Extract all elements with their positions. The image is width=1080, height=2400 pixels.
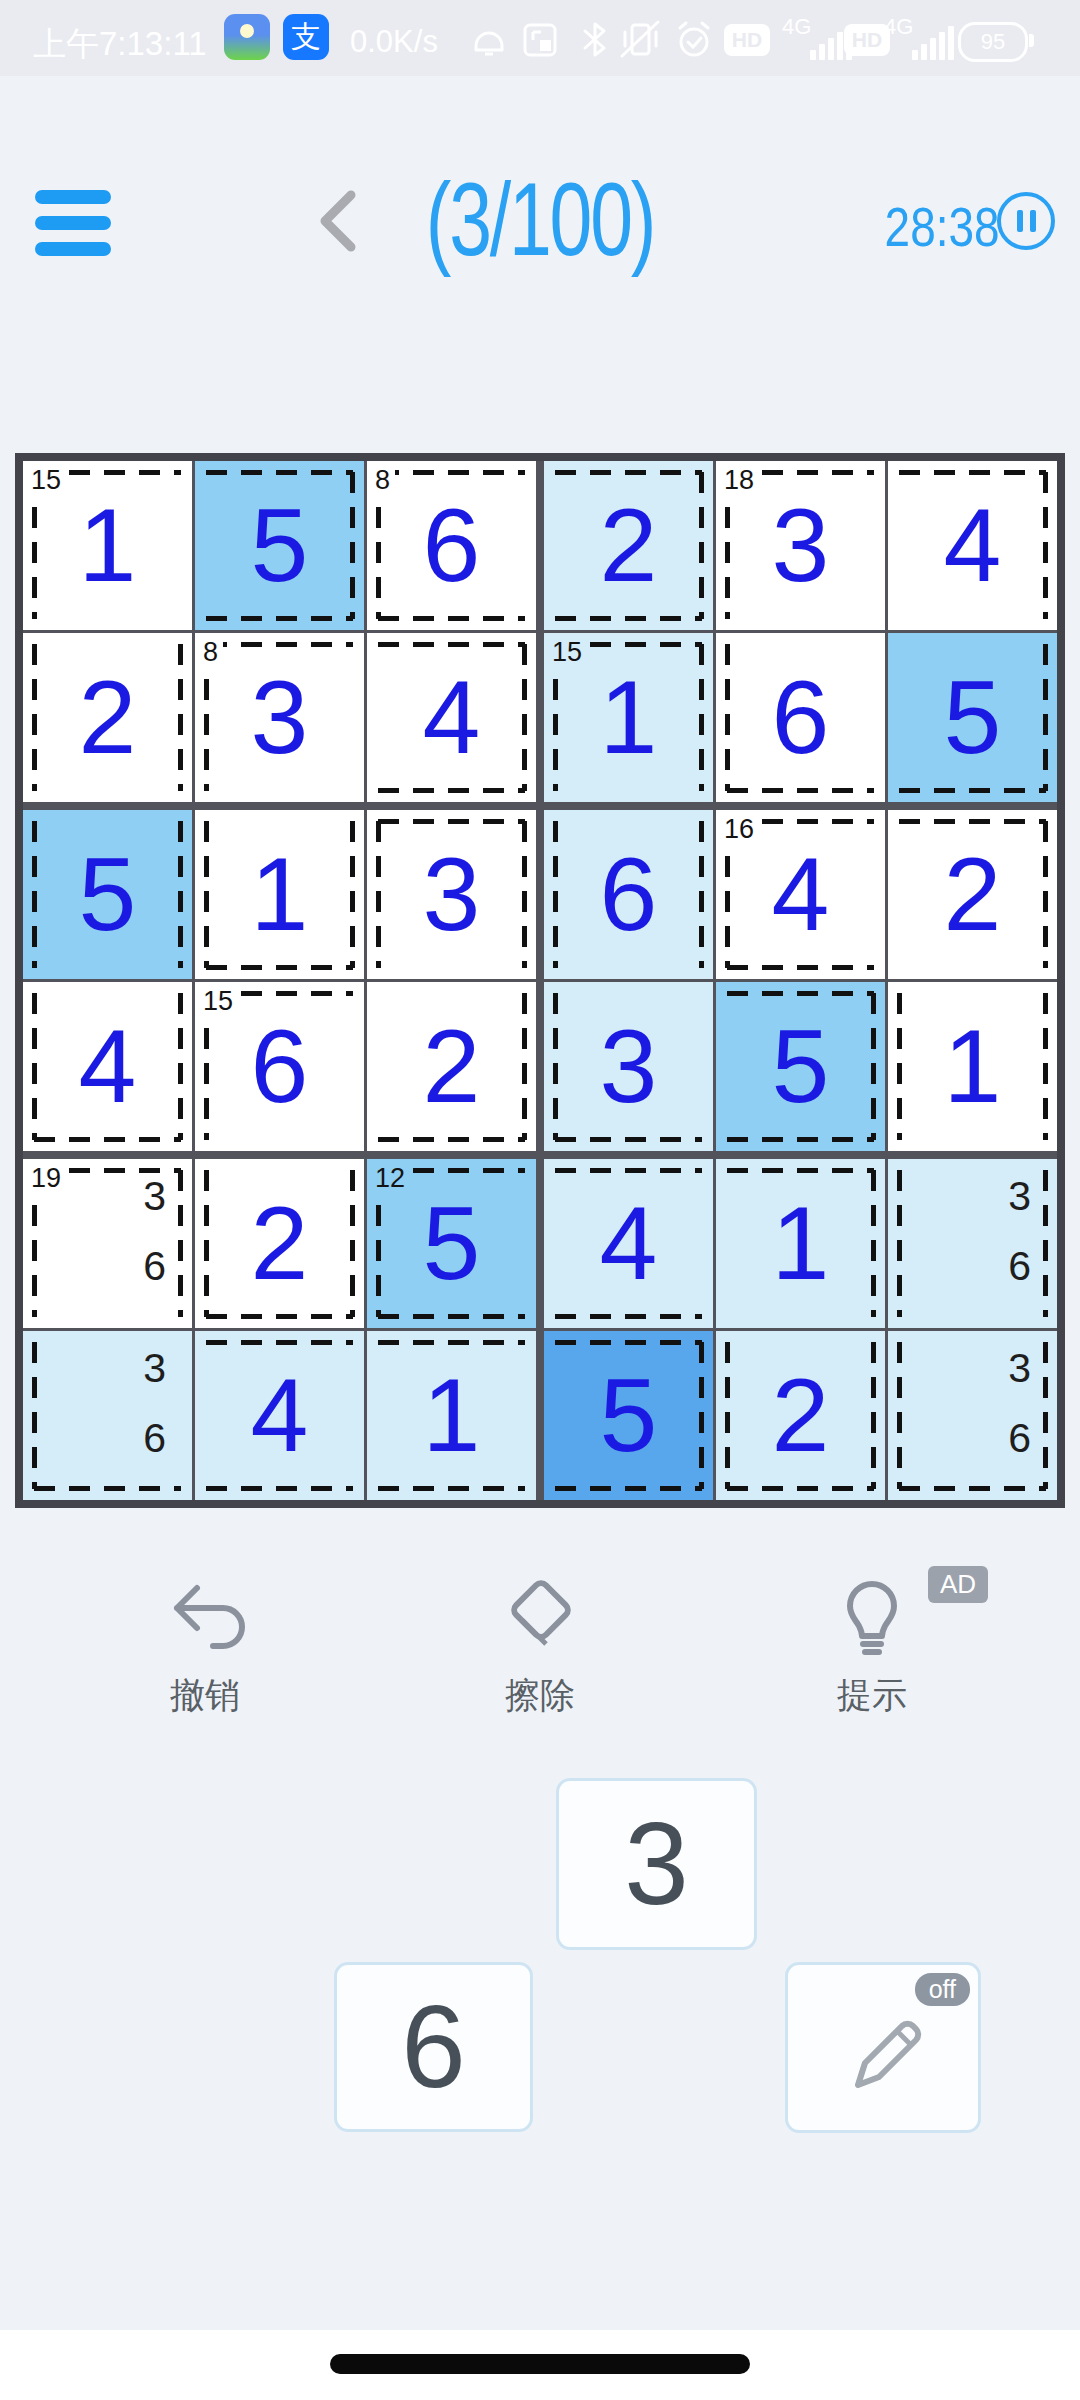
- hint-label: 提示: [792, 1672, 952, 1719]
- battery-indicator: 95: [958, 22, 1028, 62]
- cage-dash: [699, 472, 704, 619]
- cage-dash: [206, 965, 353, 970]
- cage-dash: [378, 642, 525, 647]
- cage-sum-label: 15: [552, 637, 587, 670]
- cage-dash: [178, 821, 183, 968]
- cage-dash: [555, 1137, 702, 1142]
- bluetooth-icon: [574, 18, 616, 60]
- cell-digit: 5: [888, 633, 1057, 802]
- cell-r1c6[interactable]: 4: [888, 461, 1057, 630]
- cage-dash: [378, 1314, 525, 1319]
- cage-sum-label: 12: [375, 1163, 410, 1196]
- cage-sum-label: 16: [724, 814, 759, 847]
- cell-r5c6[interactable]: 36: [888, 1159, 1057, 1328]
- cage-dash: [350, 821, 355, 968]
- cell-digit: 4: [367, 633, 536, 802]
- cage-dash: [178, 993, 183, 1140]
- cell-r3c1[interactable]: 5: [23, 810, 192, 979]
- cell-r1c4[interactable]: 2: [544, 461, 713, 630]
- cell-r4c1[interactable]: 4: [23, 982, 192, 1151]
- cage-sum-label: 15: [31, 465, 66, 498]
- cell-r3c4[interactable]: 6: [544, 810, 713, 979]
- cage-dash: [1043, 1170, 1048, 1317]
- cage-dash: [727, 1486, 874, 1491]
- cage-dash: [522, 993, 527, 1140]
- cage-dash: [32, 1342, 37, 1489]
- cage-dash: [897, 1170, 902, 1317]
- cell-digit: 3: [367, 810, 536, 979]
- cage-dash: [1043, 821, 1048, 968]
- signal-sim2: 4G: [884, 14, 954, 62]
- cage-dash: [555, 1314, 702, 1319]
- erase-button[interactable]: 擦除: [460, 1576, 620, 1719]
- killer-sudoku-board: 1515862183428341516551361642415623511936…: [15, 453, 1065, 1508]
- cage-dash: [871, 1342, 876, 1489]
- cell-r4c5[interactable]: 5: [716, 982, 885, 1151]
- cage-dash: [699, 1342, 704, 1489]
- cell-r3c5[interactable]: 164: [716, 810, 885, 979]
- vibrate-off-icon: [616, 18, 664, 60]
- signal-sim1: 4G: [782, 14, 852, 62]
- cell-r5c2[interactable]: 2: [195, 1159, 364, 1328]
- cage-dash: [727, 991, 874, 996]
- pencil-note-6: 6: [1008, 1243, 1031, 1290]
- cage-dash: [34, 1137, 181, 1142]
- cell-r1c3[interactable]: 86: [367, 461, 536, 630]
- cell-digit: 2: [716, 1331, 885, 1500]
- cage-dash: [555, 616, 702, 621]
- cell-r2c1[interactable]: 2: [23, 633, 192, 802]
- cage-dash: [178, 1170, 183, 1317]
- cage-dash: [555, 470, 702, 475]
- cage-dash: [727, 788, 874, 793]
- cage-dash: [555, 1340, 702, 1345]
- cage-dash: [555, 1168, 702, 1173]
- pencil-mode-button[interactable]: off: [785, 1962, 981, 2133]
- cage-dash: [899, 788, 1046, 793]
- cage-dash: [378, 470, 525, 475]
- alarm-clock-icon: [672, 18, 716, 62]
- cage-dash: [897, 1342, 902, 1489]
- cage-dash: [32, 644, 37, 791]
- cell-r3c3[interactable]: 3: [367, 810, 536, 979]
- cage-dash: [378, 1486, 525, 1491]
- clock-time: 上午7:13:11: [33, 22, 207, 67]
- pencil-note-3: 3: [143, 1173, 166, 1220]
- pencil-note-6: 6: [143, 1415, 166, 1462]
- cell-digit: 5: [195, 461, 364, 630]
- pencil-note-3: 3: [1008, 1173, 1031, 1220]
- cell-r1c1[interactable]: 151: [23, 461, 192, 630]
- cage-dash: [727, 1168, 874, 1173]
- cell-digit: 1: [888, 982, 1057, 1151]
- undo-button[interactable]: 撤销: [125, 1576, 285, 1719]
- cage-dash: [699, 821, 704, 968]
- cage-dash: [1043, 993, 1048, 1140]
- cage-dash: [899, 1486, 1046, 1491]
- network-speed: 0.0K/s: [350, 24, 438, 60]
- cage-dash: [206, 470, 353, 475]
- cage-dash: [899, 819, 1046, 824]
- alipay-app-icon: 支: [283, 14, 329, 60]
- cage-dash: [725, 1342, 730, 1489]
- hint-bulb-icon: [824, 1576, 920, 1662]
- cage-dash: [376, 821, 381, 968]
- cell-r6c1[interactable]: 36: [23, 1331, 192, 1500]
- pause-button[interactable]: [997, 192, 1055, 250]
- cage-dash: [378, 819, 525, 824]
- cage-dash: [553, 993, 558, 1140]
- floating-window-icon: [520, 18, 562, 60]
- cage-dash: [206, 616, 353, 621]
- cage-dash: [871, 993, 876, 1140]
- erase-label: 擦除: [460, 1672, 620, 1719]
- cell-r6c2[interactable]: 4: [195, 1331, 364, 1500]
- cage-sum-label: 15: [203, 986, 238, 1019]
- gesture-bar[interactable]: [330, 2354, 750, 2374]
- eraser-icon: [492, 1576, 588, 1662]
- cage-dash: [1043, 1342, 1048, 1489]
- pencil-off-badge: off: [915, 1973, 970, 2006]
- cell-r6c4[interactable]: 5: [544, 1331, 713, 1500]
- cage-dash: [32, 821, 37, 968]
- cell-digit: 6: [544, 810, 713, 979]
- cell-digit: 3: [544, 982, 713, 1151]
- volte-hd-badge-1: HD: [724, 24, 770, 56]
- cell-r2c2[interactable]: 83: [195, 633, 364, 802]
- cell-digit: 1: [367, 1331, 536, 1500]
- cell-digit: 4: [23, 982, 192, 1151]
- cage-dash: [204, 1170, 209, 1317]
- cage-dash: [522, 821, 527, 968]
- pencil-note-6: 6: [143, 1243, 166, 1290]
- cage-dash: [378, 616, 525, 621]
- cell-digit: 2: [888, 810, 1057, 979]
- cage-sum-label: 19: [31, 1163, 66, 1196]
- cage-dash: [1043, 644, 1048, 791]
- undo-icon: [157, 1576, 253, 1662]
- level-progress-title: (3/100): [140, 160, 939, 279]
- cell-digit: 2: [23, 633, 192, 802]
- cell-r2c4[interactable]: 151: [544, 633, 713, 802]
- game-timer: 28:38: [885, 194, 1000, 259]
- cell-r5c3[interactable]: 125: [367, 1159, 536, 1328]
- hint-button[interactable]: AD 提示: [792, 1576, 952, 1719]
- cell-r3c6[interactable]: 2: [888, 810, 1057, 979]
- cell-digit: 5: [23, 810, 192, 979]
- cage-sum-label: 8: [203, 637, 223, 670]
- cell-r4c6[interactable]: 1: [888, 982, 1057, 1151]
- cell-r2c6[interactable]: 5: [888, 633, 1057, 802]
- cell-digit: 6: [716, 633, 885, 802]
- cell-r5c4[interactable]: 4: [544, 1159, 713, 1328]
- cell-r2c5[interactable]: 6: [716, 633, 885, 802]
- notification-bell-icon: [468, 18, 510, 60]
- cell-r1c5[interactable]: 183: [716, 461, 885, 630]
- cage-dash: [727, 965, 874, 970]
- cage-dash: [522, 644, 527, 791]
- cage-dash: [871, 1170, 876, 1317]
- status-bar: 上午7:13:11 支 0.0K/s HD 4G HD 4G 95: [0, 0, 1080, 76]
- hamburger-menu-button[interactable]: [35, 190, 111, 256]
- pencil-note-3: 3: [143, 1345, 166, 1392]
- cage-dash: [350, 1170, 355, 1317]
- cage-dash: [206, 1340, 353, 1345]
- numpad-key-3[interactable]: 3: [556, 1778, 757, 1950]
- cage-dash: [206, 1314, 353, 1319]
- cell-r6c3[interactable]: 1: [367, 1331, 536, 1500]
- cage-dash: [727, 1137, 874, 1142]
- cell-digit: 1: [195, 810, 364, 979]
- cell-digit: 1: [716, 1159, 885, 1328]
- cell-digit: 2: [195, 1159, 364, 1328]
- cell-digit: 5: [544, 1331, 713, 1500]
- cage-dash: [34, 1486, 181, 1491]
- cage-dash: [1043, 472, 1048, 619]
- cage-dash: [899, 470, 1046, 475]
- cage-dash: [206, 1486, 353, 1491]
- cell-r2c3[interactable]: 4: [367, 633, 536, 802]
- cell-r6c5[interactable]: 2: [716, 1331, 885, 1500]
- cage-dash: [555, 1486, 702, 1491]
- pencil-icon: [828, 1993, 938, 2103]
- cage-dash: [204, 821, 209, 968]
- cage-dash: [32, 993, 37, 1140]
- cell-digit: 4: [544, 1159, 713, 1328]
- cell-digit: 4: [888, 461, 1057, 630]
- cage-dash: [378, 788, 525, 793]
- cell-r4c3[interactable]: 2: [367, 982, 536, 1151]
- numpad-key-6[interactable]: 6: [334, 1962, 533, 2132]
- pencil-note-6: 6: [1008, 1415, 1031, 1462]
- cell-r4c4[interactable]: 3: [544, 982, 713, 1151]
- ad-badge: AD: [928, 1566, 988, 1603]
- cell-digit: 2: [367, 982, 536, 1151]
- cage-dash: [699, 644, 704, 791]
- cell-r3c2[interactable]: 1: [195, 810, 364, 979]
- undo-label: 撤销: [125, 1672, 285, 1719]
- cage-sum-label: 18: [724, 465, 759, 498]
- cell-r5c5[interactable]: 1: [716, 1159, 885, 1328]
- cell-r4c2[interactable]: 156: [195, 982, 364, 1151]
- cage-dash: [553, 821, 558, 968]
- cage-dash: [206, 642, 353, 647]
- cell-r5c1[interactable]: 1936: [23, 1159, 192, 1328]
- cage-dash: [178, 644, 183, 791]
- cell-digit: 5: [716, 982, 885, 1151]
- pencil-note-3: 3: [1008, 1345, 1031, 1392]
- cell-digit: 2: [544, 461, 713, 630]
- cage-dash: [725, 644, 730, 791]
- cell-digit: 4: [195, 1331, 364, 1500]
- cell-r6c6[interactable]: 36: [888, 1331, 1057, 1500]
- cage-dash: [378, 1340, 525, 1345]
- cell-r1c2[interactable]: 5: [195, 461, 364, 630]
- cage-dash: [378, 1137, 525, 1142]
- cage-dash: [350, 472, 355, 619]
- cage-dash: [897, 993, 902, 1140]
- map-app-icon: [224, 14, 270, 60]
- cage-sum-label: 8: [375, 465, 395, 498]
